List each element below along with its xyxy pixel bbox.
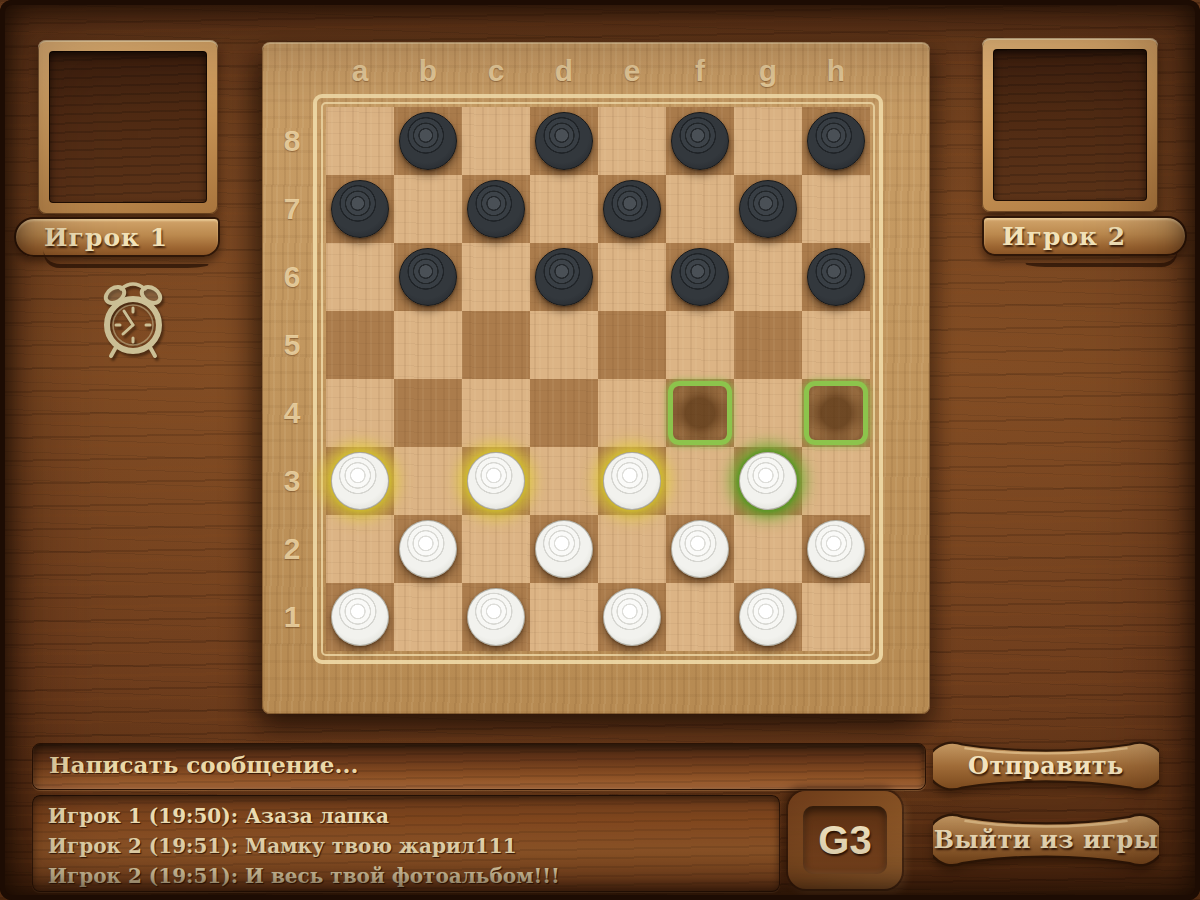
chat-log: Игрок 1 (19:50): Азаза лапкаИгрок 2 (19:… <box>32 795 780 892</box>
player2-avatar-frame <box>982 38 1158 212</box>
square-a8[interactable] <box>326 107 394 175</box>
square-g6[interactable] <box>734 243 802 311</box>
exit-button-label: Выйти из игры <box>933 812 1159 868</box>
square-e4[interactable] <box>598 379 666 447</box>
square-e7[interactable] <box>598 175 666 243</box>
rank-label-4: 4 <box>270 379 314 447</box>
square-c3[interactable] <box>462 447 530 515</box>
file-label-c: c <box>462 48 530 94</box>
square-h4[interactable] <box>802 379 870 447</box>
player2-avatar <box>993 49 1147 201</box>
black-piece-d8[interactable] <box>535 112 593 170</box>
square-c7[interactable] <box>462 175 530 243</box>
square-d7[interactable] <box>530 175 598 243</box>
rank-labels: 87654321 <box>270 107 314 651</box>
square-d5[interactable] <box>530 311 598 379</box>
file-label-g: g <box>734 48 802 94</box>
board-panel: abcdefgh 87654321 <box>262 42 930 714</box>
square-h8[interactable] <box>802 107 870 175</box>
white-piece-f2[interactable] <box>671 520 729 578</box>
square-h3[interactable] <box>802 447 870 515</box>
chat-message: Игрок 2 (19:51): Мамку твою жарил111 <box>48 831 780 861</box>
square-e2[interactable] <box>598 515 666 583</box>
square-e5[interactable] <box>598 311 666 379</box>
square-d6[interactable] <box>530 243 598 311</box>
square-h2[interactable] <box>802 515 870 583</box>
square-c2[interactable] <box>462 515 530 583</box>
black-piece-a7[interactable] <box>331 180 389 238</box>
square-b6[interactable] <box>394 243 462 311</box>
black-piece-e7[interactable] <box>603 180 661 238</box>
square-g5[interactable] <box>734 311 802 379</box>
send-button[interactable]: Отправить <box>933 740 1159 792</box>
file-label-f: f <box>666 48 734 94</box>
white-piece-a3[interactable] <box>331 452 389 510</box>
white-piece-e3[interactable] <box>603 452 661 510</box>
square-d2[interactable] <box>530 515 598 583</box>
black-piece-h6[interactable] <box>807 248 865 306</box>
file-labels: abcdefgh <box>326 48 870 94</box>
rank-label-2: 2 <box>270 515 314 583</box>
square-f3[interactable] <box>666 447 734 515</box>
square-f2[interactable] <box>666 515 734 583</box>
player1-name: Игрок 1 <box>44 223 168 252</box>
square-a7[interactable] <box>326 175 394 243</box>
square-b3[interactable] <box>394 447 462 515</box>
square-h1[interactable] <box>802 583 870 651</box>
square-b7[interactable] <box>394 175 462 243</box>
selected-square-label: G3 <box>818 818 871 863</box>
square-d1[interactable] <box>530 583 598 651</box>
square-f1[interactable] <box>666 583 734 651</box>
move-target-f4[interactable] <box>668 381 732 445</box>
square-b8[interactable] <box>394 107 462 175</box>
chat-message: Игрок 1 (19:50): Азаза лапка <box>48 801 780 831</box>
black-piece-h8[interactable] <box>807 112 865 170</box>
square-h6[interactable] <box>802 243 870 311</box>
square-g3[interactable] <box>734 447 802 515</box>
rank-label-8: 8 <box>270 107 314 175</box>
square-e3[interactable] <box>598 447 666 515</box>
black-piece-c7[interactable] <box>467 180 525 238</box>
square-e6[interactable] <box>598 243 666 311</box>
square-e8[interactable] <box>598 107 666 175</box>
square-a3[interactable] <box>326 447 394 515</box>
player1-avatar-frame <box>38 40 218 214</box>
square-h7[interactable] <box>802 175 870 243</box>
file-label-d: d <box>530 48 598 94</box>
square-d3[interactable] <box>530 447 598 515</box>
square-b5[interactable] <box>394 311 462 379</box>
square-h5[interactable] <box>802 311 870 379</box>
square-c8[interactable] <box>462 107 530 175</box>
checkers-board[interactable] <box>326 107 870 651</box>
square-g2[interactable] <box>734 515 802 583</box>
white-piece-g3[interactable] <box>739 452 797 510</box>
square-f6[interactable] <box>666 243 734 311</box>
black-piece-b8[interactable] <box>399 112 457 170</box>
player2-nameplate: Игрок 2 <box>982 216 1187 256</box>
rank-label-3: 3 <box>270 447 314 515</box>
square-g4[interactable] <box>734 379 802 447</box>
rank-label-5: 5 <box>270 311 314 379</box>
square-a1[interactable] <box>326 583 394 651</box>
square-g7[interactable] <box>734 175 802 243</box>
white-piece-b2[interactable] <box>399 520 457 578</box>
exit-game-button[interactable]: Выйти из игры <box>933 812 1159 868</box>
square-b1[interactable] <box>394 583 462 651</box>
square-b4[interactable] <box>394 379 462 447</box>
square-c1[interactable] <box>462 583 530 651</box>
file-label-h: h <box>802 48 870 94</box>
file-label-b: b <box>394 48 462 94</box>
square-g8[interactable] <box>734 107 802 175</box>
move-target-h4[interactable] <box>804 381 868 445</box>
white-piece-e1[interactable] <box>603 588 661 646</box>
square-a5[interactable] <box>326 311 394 379</box>
black-piece-f8[interactable] <box>671 112 729 170</box>
player1-nameplate: Игрок 1 <box>14 217 220 257</box>
player1-avatar <box>49 51 207 203</box>
black-piece-b6[interactable] <box>399 248 457 306</box>
rank-label-6: 6 <box>270 243 314 311</box>
square-e1[interactable] <box>598 583 666 651</box>
square-g1[interactable] <box>734 583 802 651</box>
square-d4[interactable] <box>530 379 598 447</box>
square-a4[interactable] <box>326 379 394 447</box>
file-label-a: a <box>326 48 394 94</box>
square-f4[interactable] <box>666 379 734 447</box>
square-c4[interactable] <box>462 379 530 447</box>
square-d8[interactable] <box>530 107 598 175</box>
file-label-e: e <box>598 48 666 94</box>
rank-label-1: 1 <box>270 583 314 651</box>
white-piece-h2[interactable] <box>807 520 865 578</box>
selected-square-indicator: G3 <box>788 791 902 889</box>
square-a2[interactable] <box>326 515 394 583</box>
square-b2[interactable] <box>394 515 462 583</box>
square-a6[interactable] <box>326 243 394 311</box>
player2-name: Игрок 2 <box>1002 222 1126 251</box>
send-button-label: Отправить <box>933 740 1159 792</box>
square-c5[interactable] <box>462 311 530 379</box>
white-piece-c3[interactable] <box>467 452 525 510</box>
chat-message: Игрок 2 (19:51): И весь твой фотоальбом!… <box>48 861 780 891</box>
chat-input[interactable] <box>32 743 926 790</box>
square-f7[interactable] <box>666 175 734 243</box>
selected-square-key: G3 <box>803 806 887 874</box>
square-c6[interactable] <box>462 243 530 311</box>
white-piece-a1[interactable] <box>331 588 389 646</box>
rank-label-7: 7 <box>270 175 314 243</box>
black-piece-g7[interactable] <box>739 180 797 238</box>
black-piece-f6[interactable] <box>671 248 729 306</box>
alarm-clock-icon <box>98 278 168 362</box>
white-piece-c1[interactable] <box>467 588 525 646</box>
square-f8[interactable] <box>666 107 734 175</box>
square-f5[interactable] <box>666 311 734 379</box>
white-piece-g1[interactable] <box>739 588 797 646</box>
black-piece-d6[interactable] <box>535 248 593 306</box>
white-piece-d2[interactable] <box>535 520 593 578</box>
